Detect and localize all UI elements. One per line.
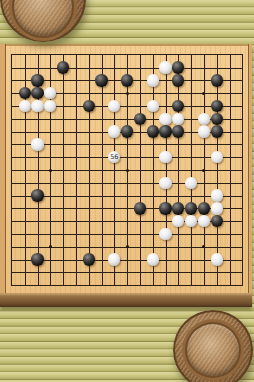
stone-black[interactable] (198, 202, 210, 214)
stone-black[interactable] (83, 253, 95, 265)
star-point (126, 169, 129, 172)
grid-line-horizontal (12, 272, 242, 273)
stone-white[interactable] (147, 100, 159, 112)
grid-line-vertical (217, 55, 218, 285)
stone-black[interactable] (211, 113, 223, 125)
stone-white[interactable] (147, 74, 159, 86)
stone-white[interactable] (198, 113, 210, 125)
grid-line-horizontal (12, 196, 242, 197)
stone-black[interactable] (121, 74, 133, 86)
stone-white[interactable] (31, 100, 43, 112)
stone-black[interactable] (211, 125, 223, 137)
stone-white[interactable] (211, 189, 223, 201)
stone-white[interactable]: 56 (108, 151, 120, 163)
stone-black[interactable] (31, 189, 43, 201)
grid-line-vertical (166, 55, 167, 285)
stone-black[interactable] (172, 202, 184, 214)
stone-bowl-bottom-right[interactable] (173, 310, 253, 382)
stone-black[interactable] (134, 202, 146, 214)
stone-black[interactable] (159, 202, 171, 214)
go-app: 56 (0, 0, 254, 382)
star-point (126, 92, 129, 95)
stone-white[interactable] (211, 253, 223, 265)
star-point (49, 169, 52, 172)
stone-black[interactable] (31, 253, 43, 265)
stone-bowl-top-left-lid (14, 0, 72, 36)
stone-bowl-bottom-right-lid (187, 324, 239, 376)
stone-white[interactable] (159, 228, 171, 240)
stone-black[interactable] (185, 202, 197, 214)
grid-line-vertical (140, 55, 141, 285)
stone-white[interactable] (19, 100, 31, 112)
stone-black[interactable] (95, 74, 107, 86)
grid-line-horizontal (12, 234, 242, 235)
stone-black[interactable] (211, 100, 223, 112)
grid-line-vertical (230, 55, 231, 285)
star-point (126, 245, 129, 248)
grid-line-horizontal (12, 260, 242, 261)
move-number-label: 56 (108, 151, 120, 163)
stone-black[interactable] (159, 125, 171, 137)
stone-white[interactable] (159, 113, 171, 125)
stone-white[interactable] (159, 177, 171, 189)
stone-black[interactable] (31, 74, 43, 86)
stone-black[interactable] (172, 74, 184, 86)
grid-line-horizontal (12, 183, 242, 184)
stone-white[interactable] (159, 151, 171, 163)
grid-line-vertical (153, 55, 154, 285)
grid-line-vertical (178, 55, 179, 285)
stone-white[interactable] (31, 138, 43, 150)
stone-black[interactable] (134, 113, 146, 125)
stone-black[interactable] (121, 125, 133, 137)
stone-black[interactable] (31, 87, 43, 99)
stone-white[interactable] (211, 202, 223, 214)
stone-black[interactable] (83, 100, 95, 112)
stone-black[interactable] (147, 125, 159, 137)
stone-black[interactable] (211, 74, 223, 86)
grid-line-vertical (191, 55, 192, 285)
stone-white[interactable] (159, 61, 171, 73)
stone-white[interactable] (147, 253, 159, 265)
stone-black[interactable] (57, 61, 69, 73)
stone-white[interactable] (198, 125, 210, 137)
